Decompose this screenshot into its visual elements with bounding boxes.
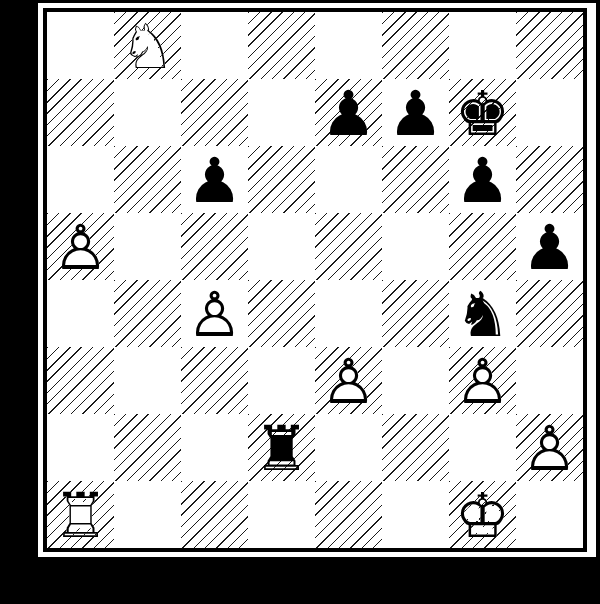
square-h3[interactable] — [516, 347, 583, 414]
piece-glyph: ♙ — [181, 281, 248, 348]
piece-glyph: ♜ — [248, 415, 315, 482]
square-a7[interactable] — [47, 79, 114, 146]
square-a5[interactable]: ♟♙ — [47, 213, 114, 280]
square-a1[interactable]: ♜♖ — [47, 481, 114, 548]
diagram-page: ♞♘♟♟♚♟♟♟♙♟♟♙♞♟♙♟♙♜♟♙♜♖♚♔ — [38, 3, 596, 557]
white-pawn-h2: ♟♙ — [516, 414, 583, 481]
piece-glyph: ♟ — [181, 147, 248, 214]
square-h8[interactable] — [516, 12, 583, 79]
square-g1[interactable]: ♚♔ — [449, 481, 516, 548]
square-c7[interactable] — [181, 79, 248, 146]
square-f1[interactable] — [382, 481, 449, 548]
black-pawn-h5: ♟ — [516, 213, 583, 280]
square-h7[interactable] — [516, 79, 583, 146]
piece-glyph: ♙ — [315, 348, 382, 415]
square-g7[interactable]: ♚ — [449, 79, 516, 146]
square-f5[interactable] — [382, 213, 449, 280]
white-pawn-c4: ♟♙ — [181, 280, 248, 347]
black-king-g7: ♚ — [449, 79, 516, 146]
black-pawn-c6: ♟ — [181, 146, 248, 213]
square-f6[interactable] — [382, 146, 449, 213]
square-b7[interactable] — [114, 79, 181, 146]
piece-glyph: ♙ — [47, 214, 114, 281]
square-g4[interactable]: ♞ — [449, 280, 516, 347]
square-d7[interactable] — [248, 79, 315, 146]
square-h4[interactable] — [516, 280, 583, 347]
piece-glyph: ♔ — [449, 482, 516, 549]
white-knight-b8: ♞♘ — [114, 12, 181, 79]
piece-glyph: ♙ — [516, 415, 583, 482]
square-g2[interactable] — [449, 414, 516, 481]
square-f4[interactable] — [382, 280, 449, 347]
square-d5[interactable] — [248, 213, 315, 280]
square-a2[interactable] — [47, 414, 114, 481]
piece-glyph: ♖ — [47, 482, 114, 549]
piece-glyph: ♘ — [114, 13, 181, 80]
square-a6[interactable] — [47, 146, 114, 213]
square-c3[interactable] — [181, 347, 248, 414]
piece-glyph: ♞ — [449, 281, 516, 348]
black-pawn-e7: ♟ — [315, 79, 382, 146]
square-c5[interactable] — [181, 213, 248, 280]
white-king-g1: ♚♔ — [449, 481, 516, 548]
white-pawn-e3: ♟♙ — [315, 347, 382, 414]
square-b1[interactable] — [114, 481, 181, 548]
square-e3[interactable]: ♟♙ — [315, 347, 382, 414]
square-e2[interactable] — [315, 414, 382, 481]
square-e1[interactable] — [315, 481, 382, 548]
black-pawn-f7: ♟ — [382, 79, 449, 146]
black-knight-g4: ♞ — [449, 280, 516, 347]
square-b4[interactable] — [114, 280, 181, 347]
square-e7[interactable]: ♟ — [315, 79, 382, 146]
piece-glyph: ♟ — [315, 80, 382, 147]
square-e6[interactable] — [315, 146, 382, 213]
square-e8[interactable] — [315, 12, 382, 79]
square-d2[interactable]: ♜ — [248, 414, 315, 481]
square-c2[interactable] — [181, 414, 248, 481]
piece-glyph: ♚ — [449, 80, 516, 147]
square-g6[interactable]: ♟ — [449, 146, 516, 213]
square-d3[interactable] — [248, 347, 315, 414]
square-a8[interactable] — [47, 12, 114, 79]
square-b8[interactable]: ♞♘ — [114, 12, 181, 79]
square-f2[interactable] — [382, 414, 449, 481]
square-b3[interactable] — [114, 347, 181, 414]
square-h5[interactable]: ♟ — [516, 213, 583, 280]
square-d1[interactable] — [248, 481, 315, 548]
white-pawn-g3: ♟♙ — [449, 347, 516, 414]
square-h1[interactable] — [516, 481, 583, 548]
square-c6[interactable]: ♟ — [181, 146, 248, 213]
square-h2[interactable]: ♟♙ — [516, 414, 583, 481]
square-b2[interactable] — [114, 414, 181, 481]
square-g5[interactable] — [449, 213, 516, 280]
white-pawn-a5: ♟♙ — [47, 213, 114, 280]
square-d4[interactable] — [248, 280, 315, 347]
piece-glyph: ♟ — [449, 147, 516, 214]
square-f8[interactable] — [382, 12, 449, 79]
square-a4[interactable] — [47, 280, 114, 347]
square-d6[interactable] — [248, 146, 315, 213]
square-g3[interactable]: ♟♙ — [449, 347, 516, 414]
square-h6[interactable] — [516, 146, 583, 213]
square-f7[interactable]: ♟ — [382, 79, 449, 146]
square-e5[interactable] — [315, 213, 382, 280]
piece-glyph: ♙ — [449, 348, 516, 415]
square-c8[interactable] — [181, 12, 248, 79]
chess-board: ♞♘♟♟♚♟♟♟♙♟♟♙♞♟♙♟♙♜♟♙♜♖♚♔ — [43, 8, 587, 552]
white-rook-a1: ♜♖ — [47, 481, 114, 548]
black-rook-d2: ♜ — [248, 414, 315, 481]
square-b6[interactable] — [114, 146, 181, 213]
square-f3[interactable] — [382, 347, 449, 414]
square-c4[interactable]: ♟♙ — [181, 280, 248, 347]
square-g8[interactable] — [449, 12, 516, 79]
square-c1[interactable] — [181, 481, 248, 548]
square-b5[interactable] — [114, 213, 181, 280]
square-e4[interactable] — [315, 280, 382, 347]
piece-glyph: ♟ — [516, 214, 583, 281]
square-d8[interactable] — [248, 12, 315, 79]
piece-glyph: ♟ — [382, 80, 449, 147]
black-pawn-g6: ♟ — [449, 146, 516, 213]
square-a3[interactable] — [47, 347, 114, 414]
